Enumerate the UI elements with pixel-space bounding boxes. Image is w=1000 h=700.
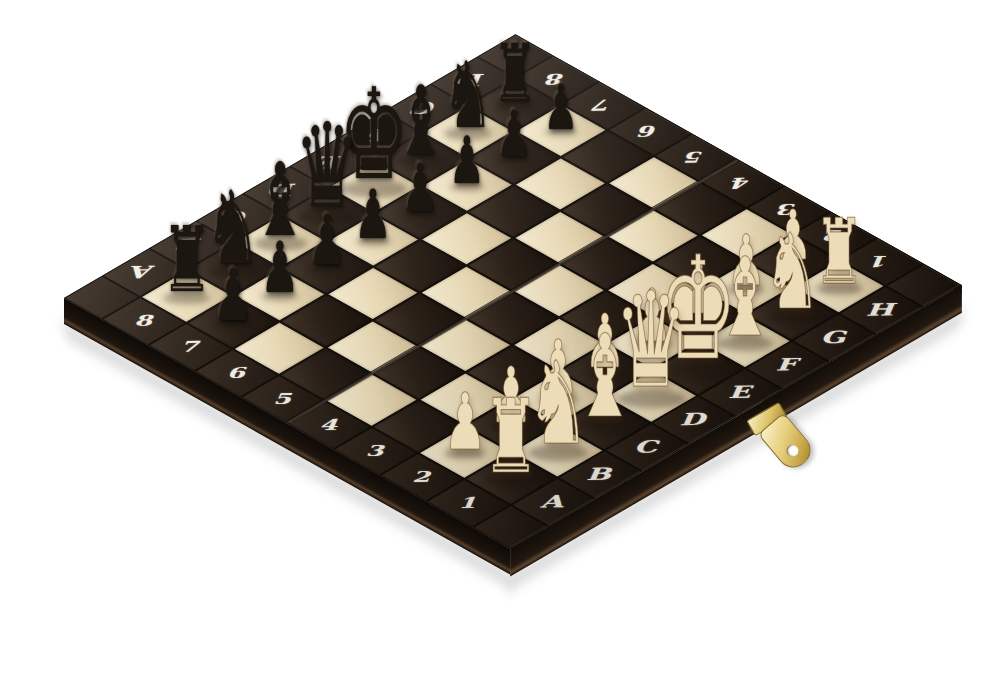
chess-board: AA88BB77CC66DD55EE44FF33GG22HH11 <box>64 34 962 548</box>
clasp-hole <box>784 442 801 459</box>
brass-clasp <box>748 408 808 493</box>
lighting-overlay <box>64 34 962 548</box>
chess-set-photo: AA88BB77CC66DD55EE44FF33GG22HH11 ♜♞♝♛♚♝♞… <box>0 0 1000 700</box>
